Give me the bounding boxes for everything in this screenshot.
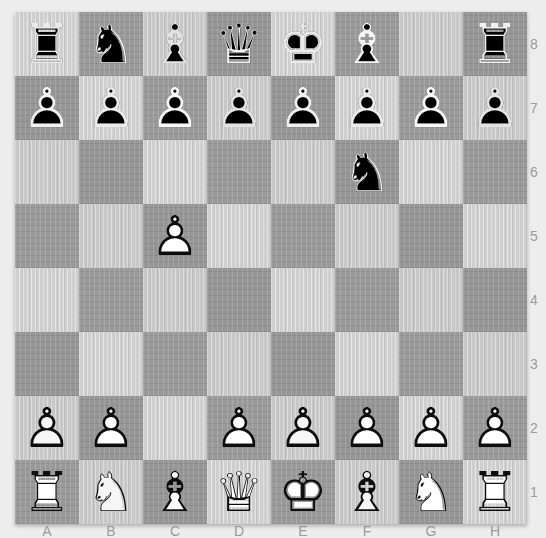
- knight-glyph-outline: ♘: [79, 12, 143, 76]
- pawn-glyph-outline: ♙: [335, 396, 399, 460]
- chess-board: ♜♖♞♘♝♗♛♕♚♔♝♗♜♖♟♙♟♙♟♙♟♙♟♙♟♙♟♙♟♙♞♘♟♙♟♙♟♙♟♙…: [15, 12, 527, 524]
- pawn-glyph-outline: ♙: [207, 396, 271, 460]
- piece-black-queen[interactable]: ♛♕: [207, 12, 271, 76]
- square-d4[interactable]: [207, 268, 271, 332]
- square-b3[interactable]: [79, 332, 143, 396]
- square-f1[interactable]: ♝♗: [335, 460, 399, 524]
- square-a2[interactable]: ♟♙: [15, 396, 79, 460]
- file-label-b: B: [79, 524, 143, 538]
- piece-black-knight[interactable]: ♞♘: [79, 12, 143, 76]
- piece-black-rook[interactable]: ♜♖: [463, 12, 527, 76]
- piece-black-bishop[interactable]: ♝♗: [143, 12, 207, 76]
- pawn-glyph-outline: ♙: [143, 76, 207, 140]
- square-a7[interactable]: ♟♙: [15, 76, 79, 140]
- square-f8[interactable]: ♝♗: [335, 12, 399, 76]
- piece-black-pawn[interactable]: ♟♙: [207, 76, 271, 140]
- square-b7[interactable]: ♟♙: [79, 76, 143, 140]
- bishop-glyph-outline: ♗: [335, 12, 399, 76]
- piece-black-pawn[interactable]: ♟♙: [15, 76, 79, 140]
- king-glyph-outline: ♔: [271, 460, 335, 524]
- square-g1[interactable]: ♞♘: [399, 460, 463, 524]
- square-h4[interactable]: [463, 268, 527, 332]
- square-d5[interactable]: [207, 204, 271, 268]
- square-g3[interactable]: [399, 332, 463, 396]
- rank-label-2: 2: [530, 396, 546, 460]
- piece-black-pawn[interactable]: ♟♙: [335, 76, 399, 140]
- square-c5[interactable]: ♟♙: [143, 204, 207, 268]
- square-d3[interactable]: [207, 332, 271, 396]
- square-h3[interactable]: [463, 332, 527, 396]
- pawn-glyph-outline: ♙: [79, 396, 143, 460]
- square-f5[interactable]: [335, 204, 399, 268]
- knight-glyph-outline: ♘: [399, 460, 463, 524]
- square-d6[interactable]: [207, 140, 271, 204]
- bishop-glyph-outline: ♗: [143, 460, 207, 524]
- square-h7[interactable]: ♟♙: [463, 76, 527, 140]
- square-g2[interactable]: ♟♙: [399, 396, 463, 460]
- square-e4[interactable]: [271, 268, 335, 332]
- square-a6[interactable]: [15, 140, 79, 204]
- king-glyph-outline: ♔: [271, 12, 335, 76]
- file-label-f: F: [335, 524, 399, 538]
- piece-white-pawn[interactable]: ♟♙: [79, 396, 143, 460]
- square-c1[interactable]: ♝♗: [143, 460, 207, 524]
- piece-white-knight[interactable]: ♞♘: [79, 460, 143, 524]
- piece-white-pawn[interactable]: ♟♙: [143, 204, 207, 268]
- piece-white-pawn[interactable]: ♟♙: [463, 396, 527, 460]
- square-b6[interactable]: [79, 140, 143, 204]
- square-g5[interactable]: [399, 204, 463, 268]
- rank-label-4: 4: [530, 268, 546, 332]
- rank-label-6: 6: [530, 140, 546, 204]
- square-b5[interactable]: [79, 204, 143, 268]
- rank-labels: 87654321: [530, 12, 546, 524]
- square-e3[interactable]: [271, 332, 335, 396]
- square-h8[interactable]: ♜♖: [463, 12, 527, 76]
- pawn-glyph-outline: ♙: [15, 76, 79, 140]
- pawn-glyph-outline: ♙: [79, 76, 143, 140]
- file-label-d: D: [207, 524, 271, 538]
- square-f4[interactable]: [335, 268, 399, 332]
- rook-glyph-outline: ♖: [463, 460, 527, 524]
- square-b2[interactable]: ♟♙: [79, 396, 143, 460]
- square-a4[interactable]: [15, 268, 79, 332]
- piece-white-rook[interactable]: ♜♖: [463, 460, 527, 524]
- piece-white-queen[interactable]: ♛♕: [207, 460, 271, 524]
- square-e5[interactable]: [271, 204, 335, 268]
- pawn-glyph-outline: ♙: [15, 396, 79, 460]
- piece-black-pawn[interactable]: ♟♙: [79, 76, 143, 140]
- pawn-glyph-outline: ♙: [463, 396, 527, 460]
- file-label-a: A: [15, 524, 79, 538]
- square-c7[interactable]: ♟♙: [143, 76, 207, 140]
- square-h1[interactable]: ♜♖: [463, 460, 527, 524]
- piece-white-pawn[interactable]: ♟♙: [15, 396, 79, 460]
- file-labels: ABCDEFGH: [15, 524, 527, 538]
- square-h2[interactable]: ♟♙: [463, 396, 527, 460]
- bishop-glyph-outline: ♗: [143, 12, 207, 76]
- pawn-glyph-outline: ♙: [207, 76, 271, 140]
- rook-glyph-outline: ♖: [15, 460, 79, 524]
- square-c6[interactable]: [143, 140, 207, 204]
- piece-white-rook[interactable]: ♜♖: [15, 460, 79, 524]
- square-a8[interactable]: ♜♖: [15, 12, 79, 76]
- pawn-glyph-outline: ♙: [143, 204, 207, 268]
- knight-glyph-outline: ♘: [335, 140, 399, 204]
- file-label-g: G: [399, 524, 463, 538]
- piece-black-rook[interactable]: ♜♖: [15, 12, 79, 76]
- bishop-glyph-outline: ♗: [335, 460, 399, 524]
- square-f7[interactable]: ♟♙: [335, 76, 399, 140]
- piece-white-pawn[interactable]: ♟♙: [399, 396, 463, 460]
- piece-black-pawn[interactable]: ♟♙: [271, 76, 335, 140]
- piece-white-knight[interactable]: ♞♘: [399, 460, 463, 524]
- pawn-glyph-outline: ♙: [271, 76, 335, 140]
- square-e1[interactable]: ♚♔: [271, 460, 335, 524]
- pawn-glyph-outline: ♙: [399, 396, 463, 460]
- square-f2[interactable]: ♟♙: [335, 396, 399, 460]
- square-d1[interactable]: ♛♕: [207, 460, 271, 524]
- piece-white-king[interactable]: ♚♔: [271, 460, 335, 524]
- piece-white-pawn[interactable]: ♟♙: [207, 396, 271, 460]
- square-e6[interactable]: [271, 140, 335, 204]
- piece-black-bishop[interactable]: ♝♗: [335, 12, 399, 76]
- piece-white-bishop[interactable]: ♝♗: [335, 460, 399, 524]
- piece-black-knight[interactable]: ♞♘: [335, 140, 399, 204]
- square-e8[interactable]: ♚♔: [271, 12, 335, 76]
- file-label-e: E: [271, 524, 335, 538]
- rank-label-3: 3: [530, 332, 546, 396]
- square-g7[interactable]: ♟♙: [399, 76, 463, 140]
- square-c4[interactable]: [143, 268, 207, 332]
- square-h6[interactable]: [463, 140, 527, 204]
- square-a5[interactable]: [15, 204, 79, 268]
- piece-white-pawn[interactable]: ♟♙: [271, 396, 335, 460]
- rook-glyph-outline: ♖: [463, 12, 527, 76]
- square-h5[interactable]: [463, 204, 527, 268]
- square-f3[interactable]: [335, 332, 399, 396]
- rook-glyph-outline: ♖: [15, 12, 79, 76]
- pawn-glyph-outline: ♙: [271, 396, 335, 460]
- square-b4[interactable]: [79, 268, 143, 332]
- square-c2[interactable]: [143, 396, 207, 460]
- queen-glyph-outline: ♕: [207, 460, 271, 524]
- square-f6[interactable]: ♞♘: [335, 140, 399, 204]
- square-e2[interactable]: ♟♙: [271, 396, 335, 460]
- square-c3[interactable]: [143, 332, 207, 396]
- square-g4[interactable]: [399, 268, 463, 332]
- knight-glyph-outline: ♘: [79, 460, 143, 524]
- square-b8[interactable]: ♞♘: [79, 12, 143, 76]
- piece-white-bishop[interactable]: ♝♗: [143, 460, 207, 524]
- square-g8[interactable]: [399, 12, 463, 76]
- pawn-glyph-outline: ♙: [335, 76, 399, 140]
- square-a3[interactable]: [15, 332, 79, 396]
- piece-black-king[interactable]: ♚♔: [271, 12, 335, 76]
- square-d8[interactable]: ♛♕: [207, 12, 271, 76]
- pawn-glyph-outline: ♙: [463, 76, 527, 140]
- square-d7[interactable]: ♟♙: [207, 76, 271, 140]
- chessboard-app: ♜♖♞♘♝♗♛♕♚♔♝♗♜♖♟♙♟♙♟♙♟♙♟♙♟♙♟♙♟♙♞♘♟♙♟♙♟♙♟♙…: [0, 0, 546, 538]
- square-b1[interactable]: ♞♘: [79, 460, 143, 524]
- square-g6[interactable]: [399, 140, 463, 204]
- pawn-glyph-outline: ♙: [399, 76, 463, 140]
- square-d2[interactable]: ♟♙: [207, 396, 271, 460]
- file-label-h: H: [463, 524, 527, 538]
- piece-black-pawn[interactable]: ♟♙: [143, 76, 207, 140]
- rank-label-5: 5: [530, 204, 546, 268]
- rank-label-1: 1: [530, 460, 546, 524]
- square-a1[interactable]: ♜♖: [15, 460, 79, 524]
- file-label-c: C: [143, 524, 207, 538]
- square-e7[interactable]: ♟♙: [271, 76, 335, 140]
- rank-label-7: 7: [530, 76, 546, 140]
- piece-white-pawn[interactable]: ♟♙: [335, 396, 399, 460]
- piece-black-pawn[interactable]: ♟♙: [399, 76, 463, 140]
- rank-label-8: 8: [530, 12, 546, 76]
- square-c8[interactable]: ♝♗: [143, 12, 207, 76]
- piece-black-pawn[interactable]: ♟♙: [463, 76, 527, 140]
- queen-glyph-outline: ♕: [207, 12, 271, 76]
